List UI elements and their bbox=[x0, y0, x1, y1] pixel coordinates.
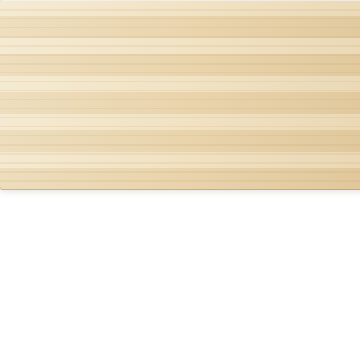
vent-grille-board bbox=[0, 0, 360, 190]
product-photo bbox=[0, 0, 360, 360]
